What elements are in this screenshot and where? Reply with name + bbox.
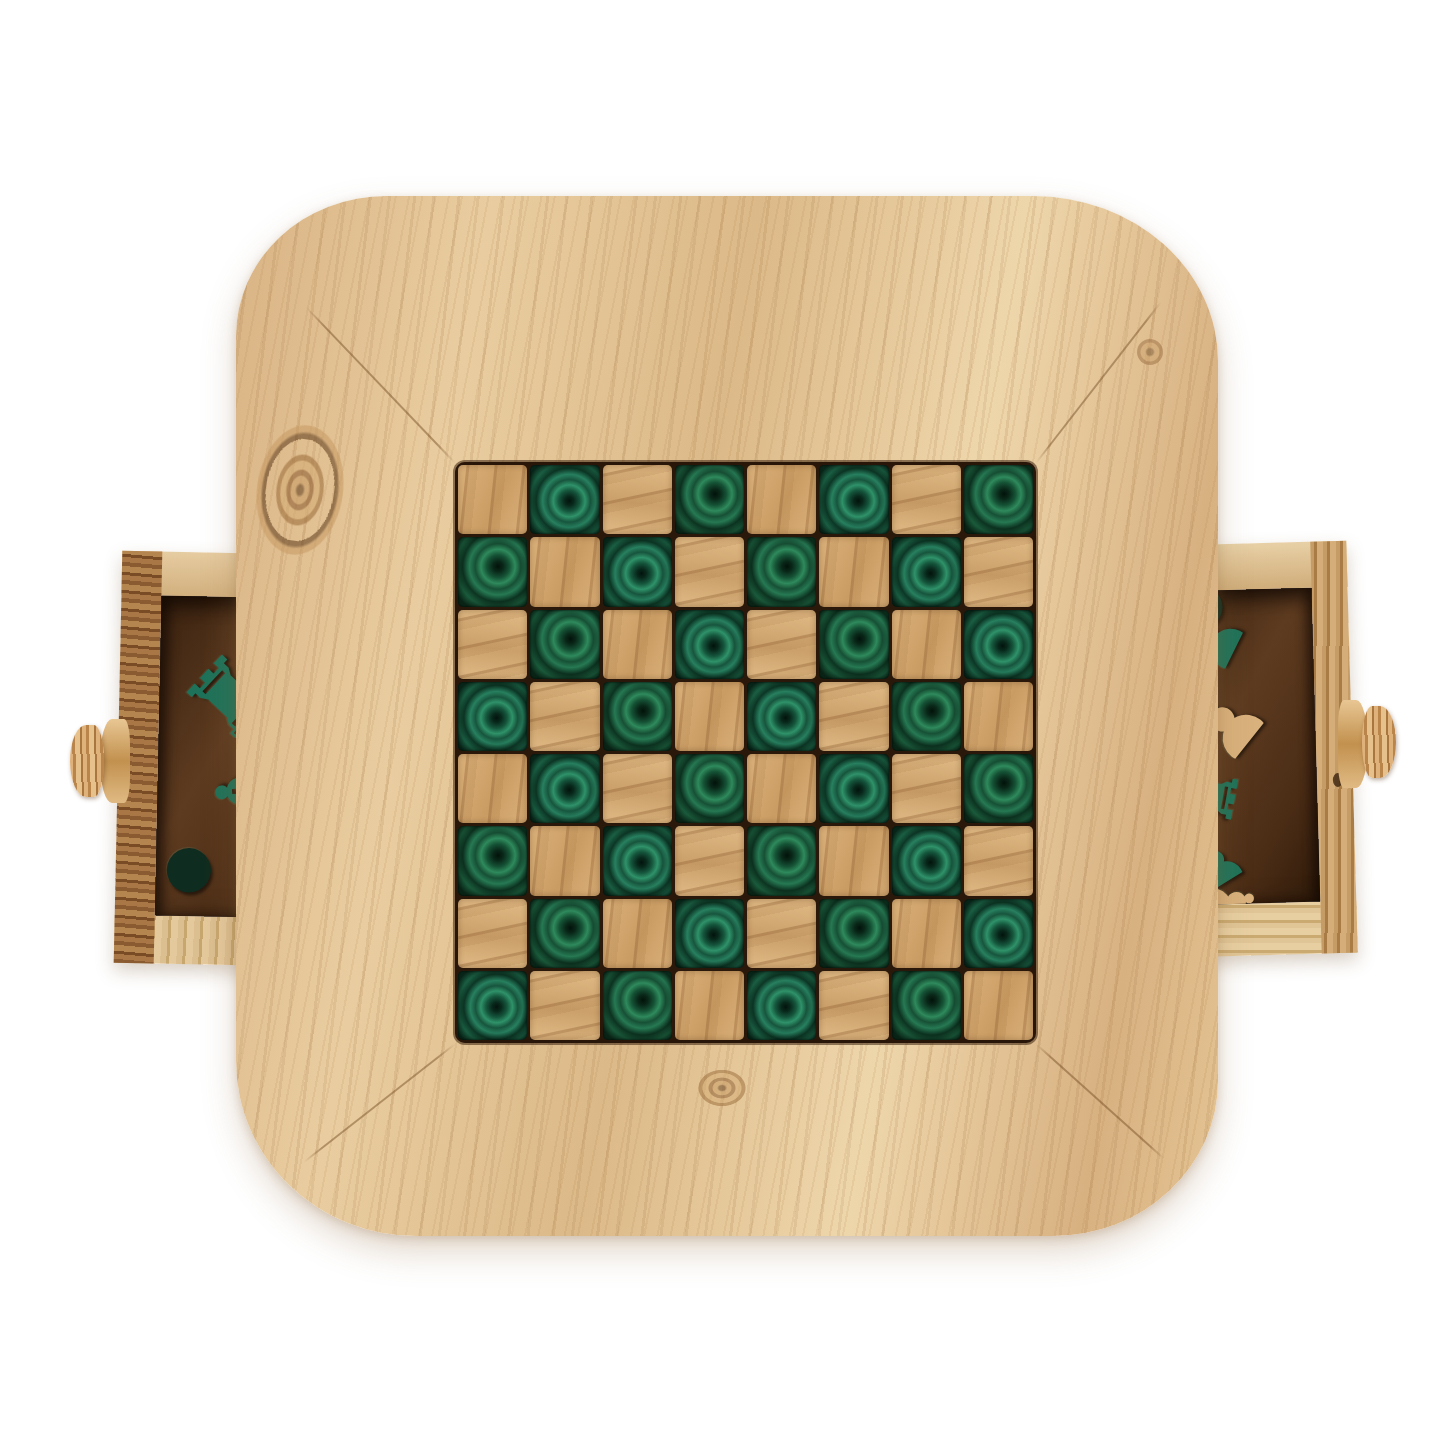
board-square[interactable] — [964, 971, 1033, 1040]
board-square[interactable] — [675, 610, 744, 679]
board-square[interactable] — [964, 537, 1033, 606]
board-square[interactable] — [892, 754, 961, 823]
board-square[interactable] — [603, 754, 672, 823]
scene: ♜♟♝♟●♜ ●♟♟♜♟♟ — [0, 0, 1445, 1445]
board-square[interactable] — [458, 465, 527, 534]
board-square[interactable] — [530, 899, 599, 968]
board-square[interactable] — [675, 754, 744, 823]
knob-cap — [70, 725, 104, 797]
frame-miter-seam — [1035, 301, 1162, 463]
board-square[interactable] — [819, 537, 888, 606]
board-square[interactable] — [964, 826, 1033, 895]
frame-miter-seam — [1035, 1043, 1164, 1159]
board-square[interactable] — [458, 826, 527, 895]
wood-knot-icon — [248, 420, 351, 561]
board-square[interactable] — [530, 971, 599, 1040]
chess-board — [455, 462, 1036, 1043]
board-square[interactable] — [603, 682, 672, 751]
left-drawer-knob[interactable] — [70, 719, 128, 803]
board-square[interactable] — [747, 754, 816, 823]
board-square[interactable] — [675, 971, 744, 1040]
board-square[interactable] — [530, 537, 599, 606]
board-square[interactable] — [458, 610, 527, 679]
knob-flange — [100, 719, 130, 803]
board-square[interactable] — [964, 899, 1033, 968]
board-square[interactable] — [530, 465, 599, 534]
board-square[interactable] — [819, 826, 888, 895]
board-square[interactable] — [892, 826, 961, 895]
board-square[interactable] — [747, 610, 816, 679]
board-square[interactable] — [747, 971, 816, 1040]
board-square[interactable] — [603, 465, 672, 534]
board-square[interactable] — [675, 537, 744, 606]
board-square[interactable] — [819, 899, 888, 968]
board-square[interactable] — [964, 610, 1033, 679]
frame-miter-seam — [303, 1043, 456, 1163]
olive-wood-slab — [236, 196, 1218, 1236]
board-square[interactable] — [458, 899, 527, 968]
board-square[interactable] — [458, 537, 527, 606]
board-square[interactable] — [458, 971, 527, 1040]
board-square[interactable] — [964, 465, 1033, 534]
board-square[interactable] — [530, 682, 599, 751]
board-square[interactable] — [819, 971, 888, 1040]
board-square[interactable] — [458, 754, 527, 823]
board-square[interactable] — [747, 537, 816, 606]
board-square[interactable] — [892, 610, 961, 679]
board-square[interactable] — [819, 682, 888, 751]
board-square[interactable] — [747, 826, 816, 895]
board-square[interactable] — [530, 610, 599, 679]
board-square[interactable] — [892, 465, 961, 534]
board-square[interactable] — [819, 465, 888, 534]
board-square[interactable] — [747, 465, 816, 534]
board-square[interactable] — [747, 682, 816, 751]
board-square[interactable] — [819, 610, 888, 679]
board-square[interactable] — [675, 465, 744, 534]
board-square[interactable] — [675, 826, 744, 895]
wood-knot-icon — [696, 1068, 748, 1108]
board-square[interactable] — [603, 826, 672, 895]
board-square[interactable] — [458, 682, 527, 751]
board-square[interactable] — [603, 971, 672, 1040]
board-square[interactable] — [603, 537, 672, 606]
board-square[interactable] — [892, 899, 961, 968]
board-square[interactable] — [530, 826, 599, 895]
board-square[interactable] — [675, 682, 744, 751]
wood-knot-icon — [1137, 339, 1163, 365]
board-square[interactable] — [964, 754, 1033, 823]
stored-green-dark-base-piece[interactable]: ● — [163, 836, 215, 895]
board-square[interactable] — [530, 754, 599, 823]
board-square[interactable] — [819, 754, 888, 823]
board-square[interactable] — [603, 610, 672, 679]
board-square[interactable] — [892, 537, 961, 606]
right-drawer-knob[interactable] — [1340, 700, 1396, 788]
knob-cap — [1362, 706, 1396, 778]
board-square[interactable] — [603, 899, 672, 968]
board-square[interactable] — [747, 899, 816, 968]
board-square[interactable] — [964, 682, 1033, 751]
board-square[interactable] — [675, 899, 744, 968]
board-square[interactable] — [892, 682, 961, 751]
board-square[interactable] — [892, 971, 961, 1040]
